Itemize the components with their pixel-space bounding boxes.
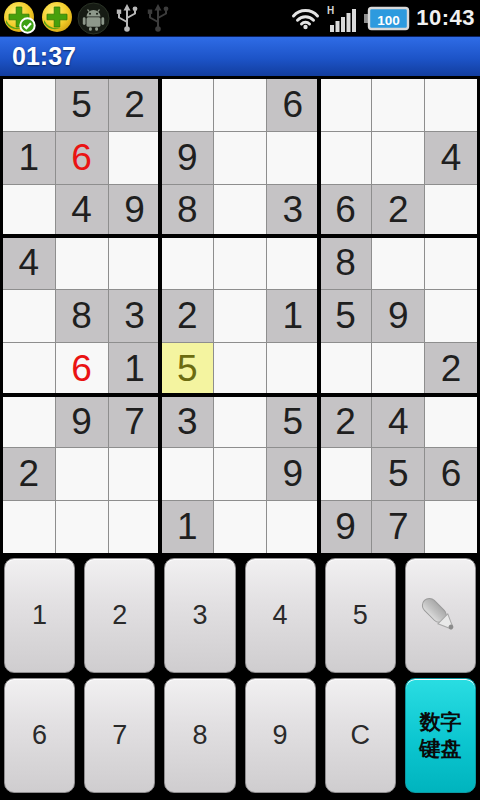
signal-strength-icon: H xyxy=(327,5,358,32)
cell-r4c3[interactable] xyxy=(109,237,161,289)
key-1[interactable]: 1 xyxy=(4,558,75,673)
numpad-toggle-label-line1: 数字 xyxy=(419,709,461,735)
key-5[interactable]: 5 xyxy=(325,558,396,673)
cell-r1c9[interactable] xyxy=(425,79,477,131)
cell-r1c6[interactable]: 6 xyxy=(267,79,319,131)
cell-r4c7[interactable]: 8 xyxy=(320,237,372,289)
cell-r5c3[interactable]: 3 xyxy=(109,290,161,342)
cell-r2c5[interactable] xyxy=(214,132,266,184)
network-mode-label: H xyxy=(327,5,334,16)
app-360-check-icon xyxy=(3,1,37,35)
cell-r4c9[interactable] xyxy=(425,237,477,289)
cell-r1c2[interactable]: 5 xyxy=(56,79,108,131)
status-bar-left-icons xyxy=(3,1,172,35)
cell-r3c9[interactable] xyxy=(425,185,477,237)
cell-r3c1[interactable] xyxy=(3,185,55,237)
cell-r7c1[interactable] xyxy=(3,396,55,448)
cell-r1c8[interactable] xyxy=(372,79,424,131)
clock-label: 10:43 xyxy=(416,5,475,31)
cell-r5c9[interactable] xyxy=(425,290,477,342)
keypad-row-1: 12345 xyxy=(4,558,476,673)
key-2[interactable]: 2 xyxy=(84,558,155,673)
cell-r2c1[interactable]: 1 xyxy=(3,132,55,184)
cell-r7c7[interactable]: 2 xyxy=(320,396,372,448)
cell-r2c3[interactable] xyxy=(109,132,161,184)
cell-r3c7[interactable]: 6 xyxy=(320,185,372,237)
cell-r6c9[interactable]: 2 xyxy=(425,343,477,395)
cell-r5c4[interactable]: 2 xyxy=(161,290,213,342)
box-divider-vertical-1 xyxy=(158,79,162,553)
numpad-toggle-label-line2: 键盘 xyxy=(419,736,461,762)
cell-r9c8[interactable]: 7 xyxy=(372,501,424,553)
usb-connected-dim-icon xyxy=(144,2,172,34)
cell-r8c6[interactable]: 9 xyxy=(267,448,319,500)
cell-r4c6[interactable] xyxy=(267,237,319,289)
cell-r9c3[interactable] xyxy=(109,501,161,553)
cell-r5c7[interactable]: 5 xyxy=(320,290,372,342)
key-4[interactable]: 4 xyxy=(245,558,316,673)
cell-r7c8[interactable]: 4 xyxy=(372,396,424,448)
cell-r8c7[interactable] xyxy=(320,448,372,500)
cell-r5c1[interactable] xyxy=(3,290,55,342)
cell-r5c6[interactable]: 1 xyxy=(267,290,319,342)
cell-r9c1[interactable] xyxy=(3,501,55,553)
key-9[interactable]: 9 xyxy=(245,678,316,793)
number-keypad: 12345 6789C 数字 xyxy=(0,556,480,793)
cell-r3c5[interactable] xyxy=(214,185,266,237)
numpad-toggle-key[interactable]: 数字 键盘 xyxy=(405,678,476,793)
cell-r4c1[interactable]: 4 xyxy=(3,237,55,289)
cell-r7c6[interactable]: 5 xyxy=(267,396,319,448)
cell-r7c2[interactable]: 9 xyxy=(56,396,108,448)
cell-r3c4[interactable]: 8 xyxy=(161,185,213,237)
cell-r3c8[interactable]: 2 xyxy=(372,185,424,237)
title-bar: 01:37 xyxy=(0,36,480,76)
phone-screen: H 100 10:43 01:37 xyxy=(0,0,480,800)
cell-r8c4[interactable] xyxy=(161,448,213,500)
sudoku-board: 52616944983624883215961529735242956197 xyxy=(0,76,480,556)
cell-r2c8[interactable] xyxy=(372,132,424,184)
cell-r6c6[interactable] xyxy=(267,343,319,395)
cell-r7c9[interactable] xyxy=(425,396,477,448)
cell-r2c9[interactable]: 4 xyxy=(425,132,477,184)
keypad-row-2: 6789C 数字 键盘 xyxy=(4,678,476,793)
cell-r5c5[interactable] xyxy=(214,290,266,342)
battery-percent-label: 100 xyxy=(377,12,400,27)
cell-r8c8[interactable]: 5 xyxy=(372,448,424,500)
status-bar: H 100 10:43 xyxy=(0,0,480,36)
cell-r5c8[interactable]: 9 xyxy=(372,290,424,342)
cell-r9c4[interactable]: 1 xyxy=(161,501,213,553)
battery-icon: 100 xyxy=(364,5,410,32)
cell-r2c7[interactable] xyxy=(320,132,372,184)
cell-r3c2[interactable]: 4 xyxy=(56,185,108,237)
cell-r8c2[interactable] xyxy=(56,448,108,500)
box-divider-horizontal-1 xyxy=(3,234,477,238)
cell-r6c1[interactable] xyxy=(3,343,55,395)
cell-r9c7[interactable]: 9 xyxy=(320,501,372,553)
cell-r7c4[interactable]: 3 xyxy=(161,396,213,448)
box-divider-vertical-2 xyxy=(317,79,321,553)
cell-r1c3[interactable]: 2 xyxy=(109,79,161,131)
cell-r6c8[interactable] xyxy=(372,343,424,395)
clear-key[interactable]: C xyxy=(325,678,396,793)
cell-r4c4[interactable] xyxy=(161,237,213,289)
cell-r6c5[interactable] xyxy=(214,343,266,395)
cell-r9c5[interactable] xyxy=(214,501,266,553)
cell-r3c3[interactable]: 9 xyxy=(109,185,161,237)
key-6[interactable]: 6 xyxy=(4,678,75,793)
status-bar-right-icons: H 100 10:43 xyxy=(290,5,477,32)
cell-r7c5[interactable] xyxy=(214,396,266,448)
cell-r6c3[interactable]: 1 xyxy=(109,343,161,395)
cell-r8c5[interactable] xyxy=(214,448,266,500)
cell-r4c5[interactable] xyxy=(214,237,266,289)
key-7[interactable]: 7 xyxy=(84,678,155,793)
cell-r9c2[interactable] xyxy=(56,501,108,553)
cell-r3c6[interactable]: 3 xyxy=(267,185,319,237)
pencil-key[interactable] xyxy=(405,558,476,673)
key-8[interactable]: 8 xyxy=(164,678,235,793)
cell-r5c2[interactable]: 8 xyxy=(56,290,108,342)
cell-r1c5[interactable] xyxy=(214,79,266,131)
cell-r2c6[interactable] xyxy=(267,132,319,184)
cell-r2c2[interactable]: 6 xyxy=(56,132,108,184)
cell-r4c2[interactable] xyxy=(56,237,108,289)
cell-r2c4[interactable]: 9 xyxy=(161,132,213,184)
cell-r8c9[interactable]: 6 xyxy=(425,448,477,500)
wifi-icon xyxy=(290,6,321,30)
cell-r9c9[interactable] xyxy=(425,501,477,553)
cell-r4c8[interactable] xyxy=(372,237,424,289)
pencil-icon xyxy=(414,590,466,642)
cell-r6c7[interactable] xyxy=(320,343,372,395)
cell-r1c4[interactable] xyxy=(161,79,213,131)
box-divider-horizontal-2 xyxy=(3,393,477,397)
usb-connected-icon xyxy=(113,2,141,34)
android-debug-icon xyxy=(77,2,110,35)
game-timer: 01:37 xyxy=(12,42,76,71)
cell-r9c6[interactable] xyxy=(267,501,319,553)
key-3[interactable]: 3 xyxy=(164,558,235,673)
cell-r8c3[interactable] xyxy=(109,448,161,500)
cell-r6c2[interactable]: 6 xyxy=(56,343,108,395)
cell-r1c1[interactable] xyxy=(3,79,55,131)
cell-r8c1[interactable]: 2 xyxy=(3,448,55,500)
cell-r6c4[interactable]: 5 xyxy=(161,343,213,395)
cell-r7c3[interactable]: 7 xyxy=(109,396,161,448)
cell-r1c7[interactable] xyxy=(320,79,372,131)
app-360-icon xyxy=(40,1,74,35)
